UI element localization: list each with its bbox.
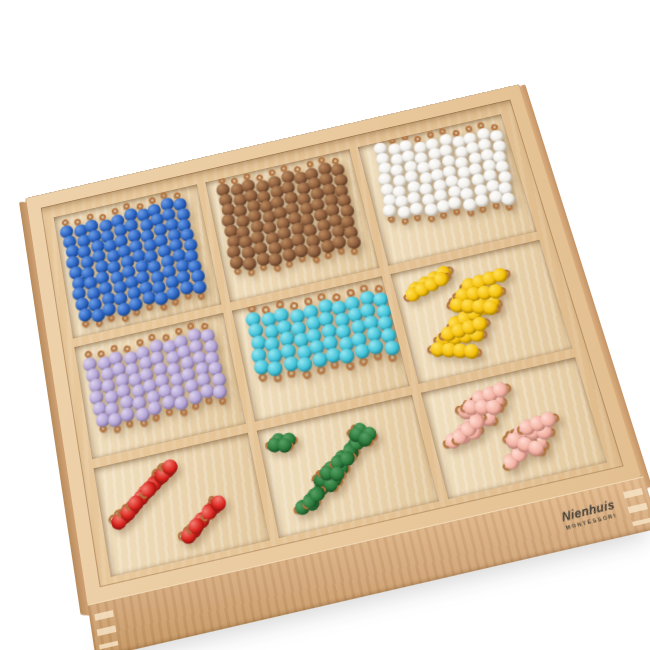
- bead-bar-of-2: [301, 483, 328, 510]
- bead-bar-of-2: [268, 437, 291, 452]
- bead-cluster-green: [257, 395, 439, 538]
- compartment-4-yellow: [390, 239, 573, 384]
- bead: [486, 399, 502, 414]
- wooden-bead-box: Nienhuis MONTESSORI: [25, 84, 650, 650]
- bead-cluster-yellow: [390, 239, 573, 384]
- dovetail-joint-right: [623, 488, 650, 526]
- compartment-1-red: [94, 433, 271, 577]
- bead-cluster-red: [94, 433, 271, 577]
- bead-cluster-dark-blue: [60, 195, 213, 336]
- bead-cluster-pink: [421, 357, 608, 499]
- bead: [191, 280, 207, 296]
- photo-stage: Nienhuis MONTESSORI: [0, 0, 650, 650]
- bead: [161, 458, 178, 475]
- bead: [482, 300, 498, 316]
- bead: [268, 252, 284, 267]
- bead: [463, 344, 479, 360]
- bead: [329, 467, 344, 483]
- compartment-2-green: [257, 395, 439, 538]
- bead: [242, 256, 258, 271]
- bead-bar-of-4: [430, 342, 479, 360]
- compartment-9-dark-blue: [54, 184, 222, 338]
- bead: [347, 235, 363, 250]
- bead: [277, 438, 292, 453]
- bead-bar-of-2: [320, 466, 344, 482]
- bead-cluster-white: [374, 128, 521, 231]
- bead-bar-of-1: [161, 458, 176, 475]
- compartment-8-brown: [206, 149, 380, 302]
- brand-stamp: Nienhuis MONTESSORI: [560, 498, 619, 530]
- bead-bar-of-3: [463, 399, 502, 415]
- compartment-6-light-purple: [74, 312, 246, 459]
- bead: [382, 204, 397, 218]
- bead: [296, 356, 313, 373]
- bead-cluster-light-blue: [246, 289, 406, 390]
- bead: [338, 347, 355, 364]
- bead: [267, 360, 284, 377]
- bead-cluster-light-purple: [83, 325, 235, 442]
- compartment-7-white: [357, 114, 536, 266]
- bead: [500, 192, 516, 206]
- bead-bar-of-1: [187, 517, 204, 537]
- bead-bar-of-1: [127, 494, 144, 513]
- bead: [306, 244, 322, 259]
- compartment-3-pink: [421, 357, 608, 499]
- dovetail-joint-left: [94, 610, 118, 649]
- compartment-5-light-blue: [232, 276, 409, 422]
- bead-cluster-brown: [217, 161, 367, 283]
